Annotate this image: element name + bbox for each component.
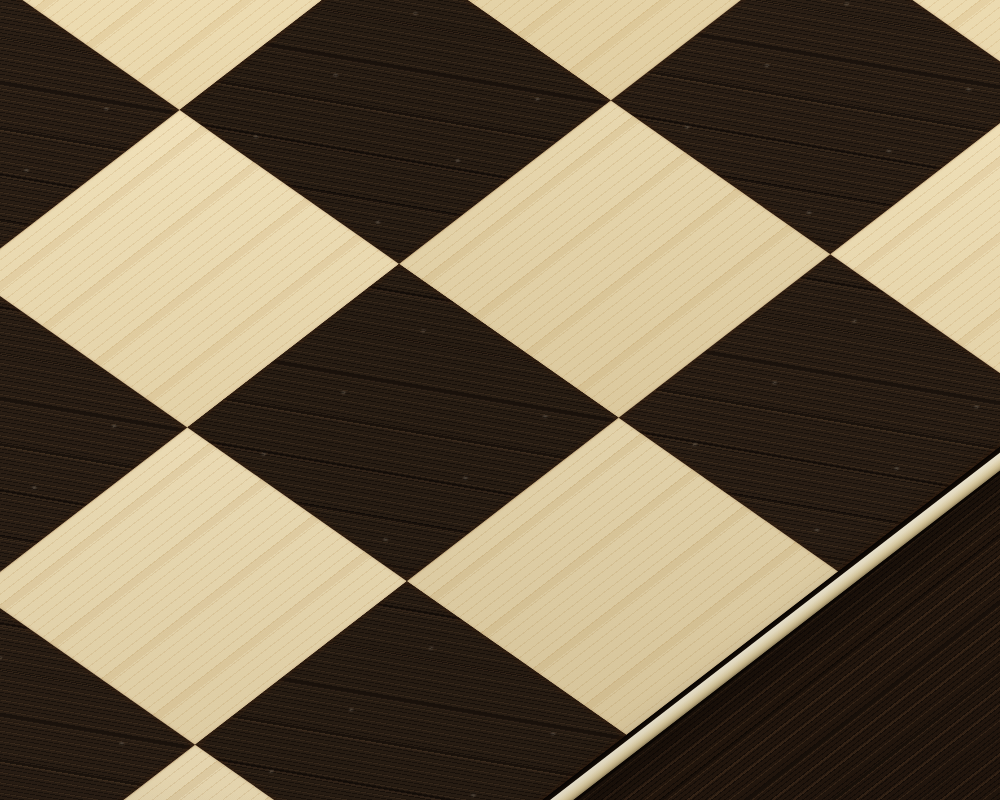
chess-board	[0, 0, 1000, 800]
table-surface	[0, 0, 1000, 800]
